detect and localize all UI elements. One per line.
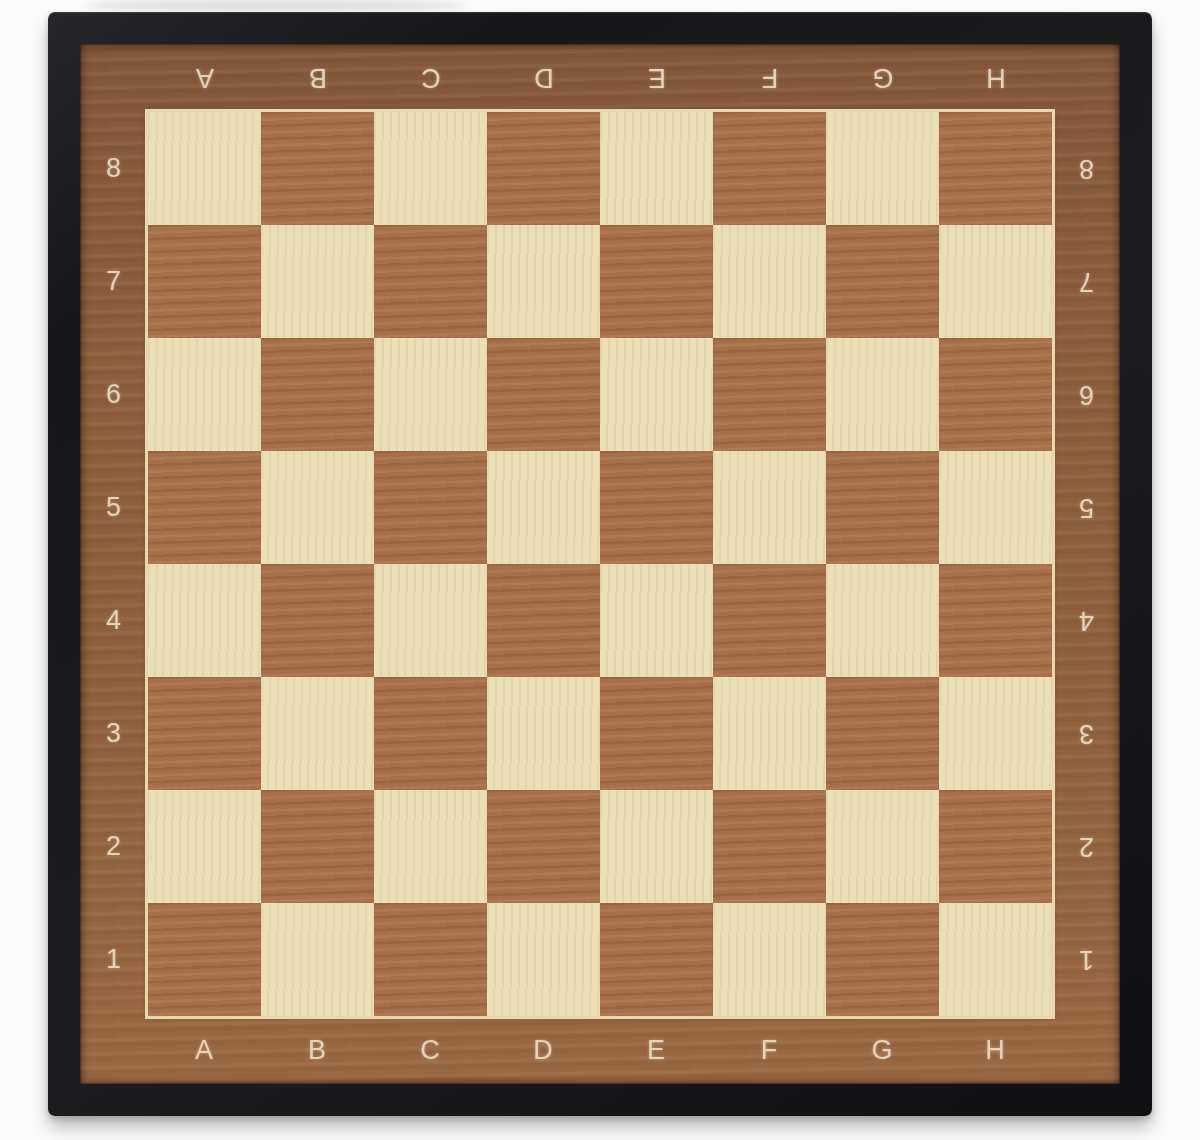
square-h7[interactable] bbox=[939, 225, 1052, 338]
square-f4[interactable] bbox=[713, 564, 826, 677]
rank-label-right-4: 4 bbox=[1052, 564, 1120, 677]
rank-label-right-5: 5 bbox=[1052, 451, 1120, 564]
square-a6[interactable] bbox=[148, 338, 261, 451]
square-c4[interactable] bbox=[374, 564, 487, 677]
square-h6[interactable] bbox=[939, 338, 1052, 451]
square-c2[interactable] bbox=[374, 790, 487, 903]
square-e1[interactable] bbox=[600, 903, 713, 1016]
rank-label-left-4: 4 bbox=[80, 564, 148, 677]
square-d3[interactable] bbox=[487, 677, 600, 790]
file-label-top-g: G bbox=[826, 44, 939, 112]
square-g5[interactable] bbox=[826, 451, 939, 564]
square-d6[interactable] bbox=[487, 338, 600, 451]
file-label-top-c: C bbox=[374, 44, 487, 112]
square-f1[interactable] bbox=[713, 903, 826, 1016]
rank-label-left-2: 2 bbox=[80, 790, 148, 903]
rank-label-right-8: 8 bbox=[1052, 112, 1120, 225]
square-e8[interactable] bbox=[600, 112, 713, 225]
rank-label-left-6: 6 bbox=[80, 338, 148, 451]
square-h4[interactable] bbox=[939, 564, 1052, 677]
file-label-top-b: B bbox=[261, 44, 374, 112]
playing-field bbox=[148, 112, 1052, 1016]
square-g2[interactable] bbox=[826, 790, 939, 903]
square-a7[interactable] bbox=[148, 225, 261, 338]
square-e2[interactable] bbox=[600, 790, 713, 903]
file-label-top-d: D bbox=[487, 44, 600, 112]
square-f5[interactable] bbox=[713, 451, 826, 564]
square-g6[interactable] bbox=[826, 338, 939, 451]
rank-label-right-1: 1 bbox=[1052, 903, 1120, 1016]
rank-label-left-8: 8 bbox=[80, 112, 148, 225]
square-b5[interactable] bbox=[261, 451, 374, 564]
rank-label-left-3: 3 bbox=[80, 677, 148, 790]
square-e7[interactable] bbox=[600, 225, 713, 338]
square-b3[interactable] bbox=[261, 677, 374, 790]
square-a1[interactable] bbox=[148, 903, 261, 1016]
square-a3[interactable] bbox=[148, 677, 261, 790]
square-f7[interactable] bbox=[713, 225, 826, 338]
square-c1[interactable] bbox=[374, 903, 487, 1016]
square-c3[interactable] bbox=[374, 677, 487, 790]
square-b7[interactable] bbox=[261, 225, 374, 338]
square-b4[interactable] bbox=[261, 564, 374, 677]
square-d2[interactable] bbox=[487, 790, 600, 903]
file-label-bottom-b: B bbox=[261, 1016, 374, 1084]
square-e3[interactable] bbox=[600, 677, 713, 790]
square-a5[interactable] bbox=[148, 451, 261, 564]
file-label-top-h: H bbox=[939, 44, 1052, 112]
square-b8[interactable] bbox=[261, 112, 374, 225]
rank-label-left-1: 1 bbox=[80, 903, 148, 1016]
square-h1[interactable] bbox=[939, 903, 1052, 1016]
square-b2[interactable] bbox=[261, 790, 374, 903]
wood-border: ABCDEFGHABCDEFGH8765432187654321 bbox=[80, 44, 1120, 1084]
file-label-bottom-e: E bbox=[600, 1016, 713, 1084]
file-label-bottom-c: C bbox=[374, 1016, 487, 1084]
square-f6[interactable] bbox=[713, 338, 826, 451]
square-c5[interactable] bbox=[374, 451, 487, 564]
square-g8[interactable] bbox=[826, 112, 939, 225]
square-a8[interactable] bbox=[148, 112, 261, 225]
rank-label-left-5: 5 bbox=[80, 451, 148, 564]
square-e4[interactable] bbox=[600, 564, 713, 677]
square-f3[interactable] bbox=[713, 677, 826, 790]
square-h8[interactable] bbox=[939, 112, 1052, 225]
square-c6[interactable] bbox=[374, 338, 487, 451]
square-f2[interactable] bbox=[713, 790, 826, 903]
square-g7[interactable] bbox=[826, 225, 939, 338]
photo-shadow-smudge bbox=[85, 0, 465, 10]
square-c8[interactable] bbox=[374, 112, 487, 225]
file-label-bottom-d: D bbox=[487, 1016, 600, 1084]
file-label-bottom-f: F bbox=[713, 1016, 826, 1084]
file-label-top-f: F bbox=[713, 44, 826, 112]
square-c7[interactable] bbox=[374, 225, 487, 338]
square-d8[interactable] bbox=[487, 112, 600, 225]
rank-label-right-7: 7 bbox=[1052, 225, 1120, 338]
square-d1[interactable] bbox=[487, 903, 600, 1016]
file-label-top-a: A bbox=[148, 44, 261, 112]
square-g1[interactable] bbox=[826, 903, 939, 1016]
square-d5[interactable] bbox=[487, 451, 600, 564]
rank-label-right-2: 2 bbox=[1052, 790, 1120, 903]
square-f8[interactable] bbox=[713, 112, 826, 225]
square-g3[interactable] bbox=[826, 677, 939, 790]
rank-label-right-3: 3 bbox=[1052, 677, 1120, 790]
square-a2[interactable] bbox=[148, 790, 261, 903]
square-h5[interactable] bbox=[939, 451, 1052, 564]
rank-label-right-6: 6 bbox=[1052, 338, 1120, 451]
file-label-bottom-h: H bbox=[939, 1016, 1052, 1084]
square-b1[interactable] bbox=[261, 903, 374, 1016]
square-a4[interactable] bbox=[148, 564, 261, 677]
rank-label-left-7: 7 bbox=[80, 225, 148, 338]
chess-board-frame: ABCDEFGHABCDEFGH8765432187654321 bbox=[48, 12, 1152, 1116]
file-label-top-e: E bbox=[600, 44, 713, 112]
square-b6[interactable] bbox=[261, 338, 374, 451]
square-e5[interactable] bbox=[600, 451, 713, 564]
square-d4[interactable] bbox=[487, 564, 600, 677]
file-label-bottom-g: G bbox=[826, 1016, 939, 1084]
square-d7[interactable] bbox=[487, 225, 600, 338]
square-e6[interactable] bbox=[600, 338, 713, 451]
square-h2[interactable] bbox=[939, 790, 1052, 903]
file-label-bottom-a: A bbox=[148, 1016, 261, 1084]
square-h3[interactable] bbox=[939, 677, 1052, 790]
square-g4[interactable] bbox=[826, 564, 939, 677]
